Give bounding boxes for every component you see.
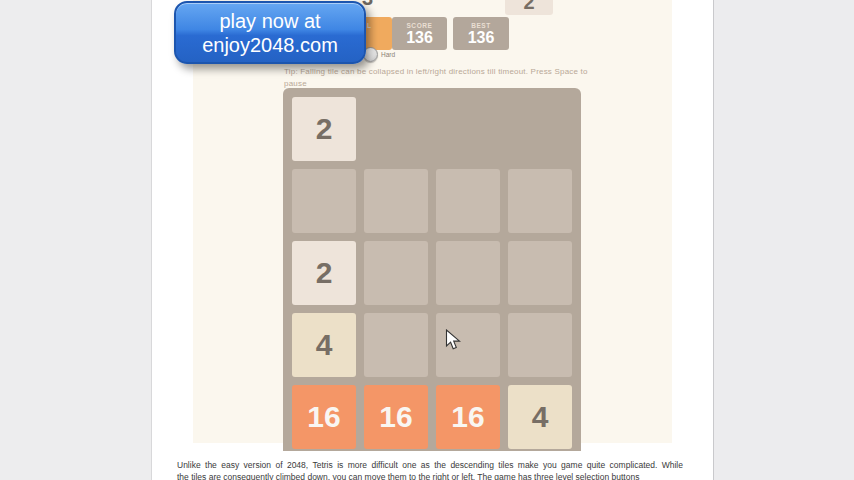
mouse-cursor-icon xyxy=(445,329,462,352)
best-label: BEST xyxy=(453,17,509,29)
empty-cell xyxy=(508,169,572,233)
tip-text-line2: pause xyxy=(284,79,307,88)
play-now-ad-button[interactable]: play now at enjoy2048.com xyxy=(174,1,366,64)
score-value: 136 xyxy=(392,29,447,47)
empty-cell xyxy=(436,241,500,305)
right-margin-panel xyxy=(713,0,854,480)
tile-4: 4 xyxy=(508,385,572,449)
empty-cell xyxy=(508,241,572,305)
next-tile-value: 2 xyxy=(505,0,553,14)
score-box: SCORE 136 xyxy=(392,17,447,50)
tile-16: 16 xyxy=(364,385,428,449)
empty-cell xyxy=(508,313,572,377)
game-board: 2241616164 xyxy=(283,88,581,451)
empty-cell xyxy=(364,241,428,305)
score-label: SCORE xyxy=(392,17,447,29)
empty-cell xyxy=(364,169,428,233)
ad-line2: enjoy2048.com xyxy=(176,33,364,57)
difficulty-radio-label: Hard xyxy=(381,51,395,58)
screenshot-canvas: 3 2 GOAL SCORE 136 BEST 136 Hard Tip: Fa… xyxy=(0,0,854,480)
empty-cell xyxy=(364,313,428,377)
left-margin-panel xyxy=(0,0,152,480)
tile-4: 4 xyxy=(292,313,356,377)
best-box: BEST 136 xyxy=(453,17,509,50)
tip-text-line1: Tip: Falling tile can be collapsed in le… xyxy=(284,67,588,76)
best-value: 136 xyxy=(453,29,509,47)
tile-16: 16 xyxy=(292,385,356,449)
tile-16: 16 xyxy=(436,385,500,449)
ad-line1: play now at xyxy=(176,9,364,33)
tile-2: 2 xyxy=(292,241,356,305)
next-tile-preview: 2 xyxy=(505,0,553,15)
empty-cell xyxy=(292,169,356,233)
description-text-line2: the tiles are consequently climbed down,… xyxy=(177,472,683,480)
description-text-line1: Unlike the easy version of 2048, Tetris … xyxy=(177,460,683,472)
empty-cell xyxy=(436,169,500,233)
tile-2: 2 xyxy=(292,97,356,161)
